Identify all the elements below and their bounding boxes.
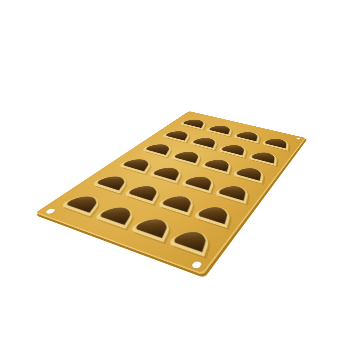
- product-photo: [0, 0, 350, 350]
- silicone-mold: [35, 111, 306, 275]
- mold-cavity: [247, 150, 286, 167]
- mold-cavity: [261, 136, 297, 151]
- mold-cavity: [167, 227, 222, 259]
- corner-hole: [296, 137, 301, 140]
- mold-cavity: [217, 142, 255, 159]
- mold-cavity: [232, 130, 268, 145]
- corner-hole: [190, 260, 204, 270]
- mold-cavity: [231, 165, 273, 185]
- mold-cavity: [205, 123, 240, 137]
- corner-hole: [44, 208, 57, 215]
- mold-face: [35, 111, 306, 275]
- mold-cavity: [192, 203, 241, 230]
- mold-cavity: [213, 183, 258, 206]
